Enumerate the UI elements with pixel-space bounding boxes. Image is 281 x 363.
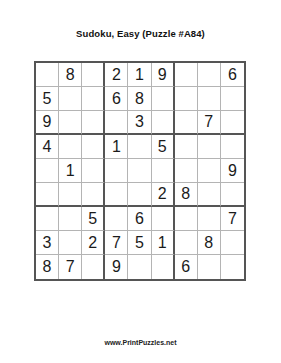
cell-r5c3 — [82, 159, 105, 183]
cell-r6c5 — [128, 183, 151, 207]
cell-r6c7: 8 — [175, 183, 198, 207]
cell-r2c1: 5 — [36, 87, 59, 111]
cell-r4c9 — [221, 135, 244, 159]
cell-r9c9 — [221, 255, 244, 279]
cell-r8c7 — [175, 231, 198, 255]
cell-r8c3: 2 — [82, 231, 105, 255]
cell-r5c2: 1 — [59, 159, 82, 183]
cell-r5c5 — [128, 159, 151, 183]
cell-r3c5: 3 — [128, 111, 151, 135]
cell-r4c8 — [198, 135, 221, 159]
cell-r9c3 — [82, 255, 105, 279]
cell-r8c9 — [221, 231, 244, 255]
cell-r9c2: 7 — [59, 255, 82, 279]
cell-r7c9: 7 — [221, 207, 244, 231]
cell-r3c1: 9 — [36, 111, 59, 135]
cell-r4c7 — [175, 135, 198, 159]
cell-r9c4: 9 — [105, 255, 128, 279]
cell-r2c4: 6 — [105, 87, 128, 111]
cell-r2c3 — [82, 87, 105, 111]
cell-r1c7 — [175, 63, 198, 87]
cell-r9c8 — [198, 255, 221, 279]
cell-r5c4 — [105, 159, 128, 183]
cell-r5c9: 9 — [221, 159, 244, 183]
cell-r6c4 — [105, 183, 128, 207]
cell-r8c8: 8 — [198, 231, 221, 255]
footer-url: www.PrintPuzzles.net — [0, 339, 281, 346]
cell-r1c2: 8 — [59, 63, 82, 87]
cell-r3c9 — [221, 111, 244, 135]
cell-r5c1 — [36, 159, 59, 183]
cell-r7c7 — [175, 207, 198, 231]
cell-r7c5: 6 — [128, 207, 151, 231]
cell-r5c8 — [198, 159, 221, 183]
sudoku-printout-page: Sudoku, Easy (Puzzle #A84) 8219656893741… — [0, 0, 281, 363]
cell-r7c6 — [152, 207, 175, 231]
cell-r2c9 — [221, 87, 244, 111]
cell-r6c6: 2 — [152, 183, 175, 207]
cell-r3c2 — [59, 111, 82, 135]
cell-r4c5 — [128, 135, 151, 159]
cell-r6c8 — [198, 183, 221, 207]
cell-r4c4: 1 — [105, 135, 128, 159]
cell-r1c4: 2 — [105, 63, 128, 87]
cell-r7c4 — [105, 207, 128, 231]
cell-r1c5: 1 — [128, 63, 151, 87]
cell-r1c3 — [82, 63, 105, 87]
cell-r9c7: 6 — [175, 255, 198, 279]
cell-r7c1 — [36, 207, 59, 231]
cell-r1c9: 6 — [221, 63, 244, 87]
cell-r9c6 — [152, 255, 175, 279]
cell-r2c5: 8 — [128, 87, 151, 111]
cell-r3c3 — [82, 111, 105, 135]
cell-r4c6: 5 — [152, 135, 175, 159]
cell-r4c2 — [59, 135, 82, 159]
cell-r1c8 — [198, 63, 221, 87]
cell-r6c2 — [59, 183, 82, 207]
sudoku-board: 8219656893741519285673275188796 — [34, 61, 246, 281]
cell-r1c1 — [36, 63, 59, 87]
cell-r3c4 — [105, 111, 128, 135]
cell-r2c6 — [152, 87, 175, 111]
cell-r2c2 — [59, 87, 82, 111]
cell-r6c3 — [82, 183, 105, 207]
cell-r3c7 — [175, 111, 198, 135]
cell-r8c1: 3 — [36, 231, 59, 255]
cell-r5c6 — [152, 159, 175, 183]
cell-r7c2 — [59, 207, 82, 231]
cell-r7c8 — [198, 207, 221, 231]
cell-r9c5 — [128, 255, 151, 279]
cell-r5c7 — [175, 159, 198, 183]
cell-r2c8 — [198, 87, 221, 111]
cell-r7c3: 5 — [82, 207, 105, 231]
cell-r8c6: 1 — [152, 231, 175, 255]
cell-r8c5: 5 — [128, 231, 151, 255]
cell-r8c2 — [59, 231, 82, 255]
cell-r3c6 — [152, 111, 175, 135]
cell-r4c3 — [82, 135, 105, 159]
cell-r9c1: 8 — [36, 255, 59, 279]
cell-r1c6: 9 — [152, 63, 175, 87]
cell-r6c1 — [36, 183, 59, 207]
page-title: Sudoku, Easy (Puzzle #A84) — [0, 28, 281, 39]
cell-r8c4: 7 — [105, 231, 128, 255]
cell-r6c9 — [221, 183, 244, 207]
cell-r4c1: 4 — [36, 135, 59, 159]
cell-r2c7 — [175, 87, 198, 111]
cell-r3c8: 7 — [198, 111, 221, 135]
